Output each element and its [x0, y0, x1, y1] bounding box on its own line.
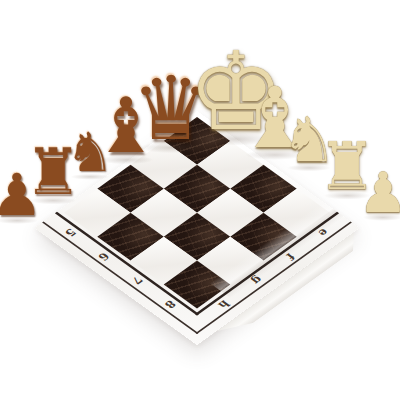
dark-pawn-piece: ♟ [0, 166, 43, 224]
light-pawn-piece: ♟ [358, 165, 400, 221]
chess-set-product-photo: 5678 efgh ♛ ♝ ♞ ♜ ♟ ♚ ♝ ♞ ♜ ♟ [0, 0, 400, 400]
